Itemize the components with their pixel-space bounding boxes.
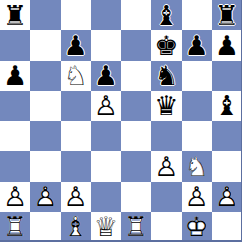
square-h8[interactable]: ♜	[212, 0, 242, 30]
white-piece-fill: ♜	[121, 212, 151, 242]
square-c3[interactable]	[61, 151, 91, 181]
white-piece-outline: ♕	[91, 212, 121, 242]
square-g6[interactable]	[182, 61, 212, 91]
square-a2[interactable]: ♟♙	[0, 182, 30, 212]
square-h1[interactable]	[212, 212, 242, 242]
white-piece-outline: ♙	[61, 182, 91, 212]
black-piece-fill: ♜	[212, 0, 242, 30]
square-a8[interactable]: ♜	[0, 0, 30, 30]
white-piece-fill: ♟	[91, 91, 121, 121]
white-knight-piece: ♞♘	[61, 61, 91, 91]
white-queen-piece: ♛♕	[91, 212, 121, 242]
square-h4[interactable]	[212, 121, 242, 151]
white-piece-outline: ♔	[182, 212, 212, 242]
square-f1[interactable]	[151, 212, 181, 242]
square-d3[interactable]	[91, 151, 121, 181]
white-pawn-piece: ♟♙	[91, 91, 121, 121]
white-rook-piece: ♜♖	[0, 212, 30, 242]
square-f4[interactable]	[151, 121, 181, 151]
square-c1[interactable]: ♝♗	[61, 212, 91, 242]
square-g8[interactable]	[182, 0, 212, 30]
black-pawn-piece: ♟	[91, 61, 121, 91]
square-b1[interactable]	[30, 212, 60, 242]
square-h5[interactable]: ♝	[212, 91, 242, 121]
square-e7[interactable]	[121, 30, 151, 60]
black-rook-piece: ♜	[212, 0, 242, 30]
white-pawn-piece: ♟♙	[0, 182, 30, 212]
square-c7[interactable]: ♟	[61, 30, 91, 60]
black-pawn-piece: ♟	[182, 30, 212, 60]
square-g2[interactable]: ♟♙	[182, 182, 212, 212]
white-piece-outline: ♙	[182, 182, 212, 212]
black-piece-fill: ♝	[151, 0, 181, 30]
white-piece-fill: ♞	[61, 61, 91, 91]
black-piece-fill: ♟	[61, 30, 91, 60]
black-piece-fill: ♟	[212, 30, 242, 60]
square-e2[interactable]	[121, 182, 151, 212]
black-piece-fill: ♟	[182, 30, 212, 60]
black-bishop-piece: ♝	[212, 91, 242, 121]
black-piece-fill: ♟	[0, 61, 30, 91]
white-piece-outline: ♙	[212, 182, 242, 212]
square-a6[interactable]: ♟	[0, 61, 30, 91]
white-piece-fill: ♟	[182, 182, 212, 212]
white-piece-fill: ♛	[91, 212, 121, 242]
square-d8[interactable]	[91, 0, 121, 30]
square-b8[interactable]	[30, 0, 60, 30]
square-g1[interactable]: ♚♔	[182, 212, 212, 242]
square-c2[interactable]: ♟♙	[61, 182, 91, 212]
black-bishop-piece: ♝	[151, 0, 181, 30]
white-piece-fill: ♟	[30, 182, 60, 212]
square-f7[interactable]: ♚	[151, 30, 181, 60]
square-a5[interactable]	[0, 91, 30, 121]
square-f2[interactable]	[151, 182, 181, 212]
black-pawn-piece: ♟	[61, 30, 91, 60]
square-b5[interactable]	[30, 91, 60, 121]
black-pawn-piece: ♟	[212, 30, 242, 60]
white-piece-outline: ♘	[182, 151, 212, 181]
square-f6[interactable]: ♞	[151, 61, 181, 91]
white-piece-fill: ♞	[182, 151, 212, 181]
square-d7[interactable]	[91, 30, 121, 60]
square-c5[interactable]	[61, 91, 91, 121]
square-g7[interactable]: ♟	[182, 30, 212, 60]
white-pawn-piece: ♟♙	[182, 182, 212, 212]
white-knight-piece: ♞♘	[182, 151, 212, 181]
square-c6[interactable]: ♞♘	[61, 61, 91, 91]
black-piece-fill: ♛	[151, 91, 181, 121]
black-queen-piece: ♛	[151, 91, 181, 121]
white-piece-outline: ♗	[61, 212, 91, 242]
square-d5[interactable]: ♟♙	[91, 91, 121, 121]
square-b2[interactable]: ♟♙	[30, 182, 60, 212]
white-piece-outline: ♘	[61, 61, 91, 91]
square-c8[interactable]	[61, 0, 91, 30]
square-e4[interactable]	[121, 121, 151, 151]
square-d2[interactable]	[91, 182, 121, 212]
black-piece-fill: ♜	[0, 0, 30, 30]
square-h6[interactable]	[212, 61, 242, 91]
black-piece-fill: ♞	[151, 61, 181, 91]
white-piece-outline: ♖	[121, 212, 151, 242]
square-b3[interactable]	[30, 151, 60, 181]
square-f3[interactable]: ♟♙	[151, 151, 181, 181]
square-a3[interactable]	[0, 151, 30, 181]
white-pawn-piece: ♟♙	[61, 182, 91, 212]
black-king-piece: ♚	[151, 30, 181, 60]
black-pawn-piece: ♟	[0, 61, 30, 91]
square-b7[interactable]	[30, 30, 60, 60]
white-king-piece: ♚♔	[182, 212, 212, 242]
black-rook-piece: ♜	[0, 0, 30, 30]
white-piece-fill: ♚	[182, 212, 212, 242]
square-g3[interactable]: ♞♘	[182, 151, 212, 181]
square-g4[interactable]	[182, 121, 212, 151]
square-d4[interactable]	[91, 121, 121, 151]
black-piece-fill: ♟	[91, 61, 121, 91]
square-a4[interactable]	[0, 121, 30, 151]
square-f8[interactable]: ♝	[151, 0, 181, 30]
white-piece-outline: ♙	[151, 151, 181, 181]
white-piece-fill: ♜	[0, 212, 30, 242]
white-piece-outline: ♙	[91, 91, 121, 121]
white-piece-fill: ♟	[61, 182, 91, 212]
white-piece-outline: ♖	[0, 212, 30, 242]
chess-board: ♜♝♜♟♚♟♟♟♞♘♟♞♟♙♛♝♟♙♞♘♟♙♟♙♟♙♟♙♟♙♜♖♝♗♛♕♜♖♚♔	[0, 0, 242, 242]
square-b6[interactable]	[30, 61, 60, 91]
square-b4[interactable]	[30, 121, 60, 151]
square-h3[interactable]	[212, 151, 242, 181]
white-piece-fill: ♟	[0, 182, 30, 212]
white-pawn-piece: ♟♙	[151, 151, 181, 181]
square-a7[interactable]	[0, 30, 30, 60]
square-e1[interactable]: ♜♖	[121, 212, 151, 242]
square-c4[interactable]	[61, 121, 91, 151]
square-g5[interactable]	[182, 91, 212, 121]
white-rook-piece: ♜♖	[121, 212, 151, 242]
black-knight-piece: ♞	[151, 61, 181, 91]
square-d1[interactable]: ♛♕	[91, 212, 121, 242]
white-piece-fill: ♟	[151, 151, 181, 181]
square-h2[interactable]: ♟♙	[212, 182, 242, 212]
white-pawn-piece: ♟♙	[212, 182, 242, 212]
square-e3[interactable]	[121, 151, 151, 181]
black-piece-fill: ♚	[151, 30, 181, 60]
square-e8[interactable]	[121, 0, 151, 30]
square-e5[interactable]	[121, 91, 151, 121]
white-pawn-piece: ♟♙	[30, 182, 60, 212]
black-piece-fill: ♝	[212, 91, 242, 121]
white-piece-outline: ♙	[0, 182, 30, 212]
square-h7[interactable]: ♟	[212, 30, 242, 60]
square-d6[interactable]: ♟	[91, 61, 121, 91]
square-a1[interactable]: ♜♖	[0, 212, 30, 242]
square-e6[interactable]	[121, 61, 151, 91]
square-f5[interactable]: ♛	[151, 91, 181, 121]
white-piece-outline: ♙	[30, 182, 60, 212]
white-piece-fill: ♝	[61, 212, 91, 242]
white-piece-fill: ♟	[212, 182, 242, 212]
white-bishop-piece: ♝♗	[61, 212, 91, 242]
